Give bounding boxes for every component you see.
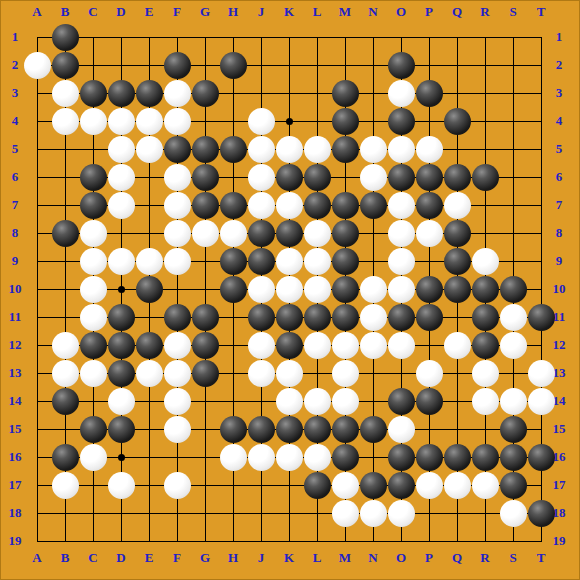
column-label-N: N [359, 545, 387, 571]
column-label-M: M [331, 0, 359, 23]
column-label-Q: Q [443, 545, 471, 571]
black-stone-M3 [332, 80, 359, 107]
white-stone-M12 [332, 332, 359, 359]
column-label-O: O [387, 545, 415, 571]
white-stone-O3 [388, 80, 415, 107]
white-stone-D5 [108, 136, 135, 163]
column-label-H: H [219, 0, 247, 23]
white-stone-D9 [108, 248, 135, 275]
white-stone-S11 [500, 304, 527, 331]
row-label-1: 1 [547, 23, 571, 51]
row-label-6: 6 [3, 163, 27, 191]
black-stone-F2 [164, 52, 191, 79]
white-stone-O10 [388, 276, 415, 303]
black-stone-P7 [416, 192, 443, 219]
black-stone-E10 [136, 276, 163, 303]
white-stone-L8 [304, 220, 331, 247]
column-label-S: S [499, 0, 527, 23]
column-label-R: R [471, 545, 499, 571]
black-stone-M10 [332, 276, 359, 303]
white-stone-O15 [388, 416, 415, 443]
black-stone-L11 [304, 304, 331, 331]
column-label-G: G [191, 545, 219, 571]
black-stone-B16 [52, 444, 79, 471]
row-label-6: 6 [547, 163, 571, 191]
white-stone-F8 [164, 220, 191, 247]
black-stone-C3 [80, 80, 107, 107]
black-stone-M9 [332, 248, 359, 275]
black-stone-C15 [80, 416, 107, 443]
white-stone-S14 [500, 388, 527, 415]
column-labels-bottom: ABCDEFGHJKLMNOPQRST [23, 545, 555, 571]
column-label-E: E [135, 545, 163, 571]
black-stone-N17 [360, 472, 387, 499]
black-stone-M15 [332, 416, 359, 443]
star-point-K4 [286, 118, 293, 125]
column-labels-top: ABCDEFGHJKLMNOPQRST [23, 0, 555, 23]
black-stone-B8 [52, 220, 79, 247]
black-stone-L17 [304, 472, 331, 499]
black-stone-K15 [276, 416, 303, 443]
row-label-12: 12 [3, 331, 27, 359]
row-label-19: 19 [547, 527, 571, 555]
black-stone-K6 [276, 164, 303, 191]
white-stone-M18 [332, 500, 359, 527]
white-stone-E5 [136, 136, 163, 163]
black-stone-J8 [248, 220, 275, 247]
white-stone-P5 [416, 136, 443, 163]
black-stone-D3 [108, 80, 135, 107]
column-label-L: L [303, 545, 331, 571]
black-stone-H10 [220, 276, 247, 303]
white-stone-F3 [164, 80, 191, 107]
row-label-12: 12 [547, 331, 571, 359]
white-stone-N12 [360, 332, 387, 359]
black-stone-G11 [192, 304, 219, 331]
row-label-3: 3 [547, 79, 571, 107]
white-stone-F13 [164, 360, 191, 387]
white-stone-O9 [388, 248, 415, 275]
black-stone-G5 [192, 136, 219, 163]
white-stone-E13 [136, 360, 163, 387]
white-stone-Q7 [444, 192, 471, 219]
black-stone-T16 [528, 444, 555, 471]
white-stone-J10 [248, 276, 275, 303]
white-stone-T13 [528, 360, 555, 387]
row-labels-right: 12345678910111213141516171819 [547, 23, 571, 555]
white-stone-K9 [276, 248, 303, 275]
row-label-2: 2 [547, 51, 571, 79]
row-label-9: 9 [3, 247, 27, 275]
black-stone-Q9 [444, 248, 471, 275]
white-stone-K10 [276, 276, 303, 303]
black-stone-N7 [360, 192, 387, 219]
black-stone-D15 [108, 416, 135, 443]
black-stone-H2 [220, 52, 247, 79]
black-stone-D12 [108, 332, 135, 359]
white-stone-R9 [472, 248, 499, 275]
white-stone-P13 [416, 360, 443, 387]
black-stone-G13 [192, 360, 219, 387]
column-label-P: P [415, 545, 443, 571]
white-stone-C4 [80, 108, 107, 135]
white-stone-J16 [248, 444, 275, 471]
white-stone-K13 [276, 360, 303, 387]
black-stone-B14 [52, 388, 79, 415]
row-label-19: 19 [3, 527, 27, 555]
white-stone-S12 [500, 332, 527, 359]
column-label-A: A [23, 0, 51, 23]
white-stone-D6 [108, 164, 135, 191]
white-stone-M14 [332, 388, 359, 415]
row-label-4: 4 [3, 107, 27, 135]
black-stone-O6 [388, 164, 415, 191]
row-label-18: 18 [3, 499, 27, 527]
white-stone-N6 [360, 164, 387, 191]
white-stone-J4 [248, 108, 275, 135]
black-stone-S16 [500, 444, 527, 471]
black-stone-N15 [360, 416, 387, 443]
black-stone-F5 [164, 136, 191, 163]
white-stone-C16 [80, 444, 107, 471]
column-label-B: B [51, 0, 79, 23]
white-stone-D7 [108, 192, 135, 219]
row-label-13: 13 [3, 359, 27, 387]
white-stone-K5 [276, 136, 303, 163]
black-stone-M4 [332, 108, 359, 135]
black-stone-O4 [388, 108, 415, 135]
black-stone-R12 [472, 332, 499, 359]
row-label-16: 16 [3, 443, 27, 471]
white-stone-J6 [248, 164, 275, 191]
white-stone-B13 [52, 360, 79, 387]
black-stone-H9 [220, 248, 247, 275]
white-stone-L9 [304, 248, 331, 275]
white-stone-O8 [388, 220, 415, 247]
white-stone-F15 [164, 416, 191, 443]
black-stone-T11 [528, 304, 555, 331]
row-label-11: 11 [3, 303, 27, 331]
column-label-K: K [275, 545, 303, 571]
white-stone-C13 [80, 360, 107, 387]
black-stone-L7 [304, 192, 331, 219]
white-stone-F9 [164, 248, 191, 275]
black-stone-R11 [472, 304, 499, 331]
white-stone-C11 [80, 304, 107, 331]
black-stone-D13 [108, 360, 135, 387]
white-stone-O5 [388, 136, 415, 163]
row-label-7: 7 [547, 191, 571, 219]
black-stone-P3 [416, 80, 443, 107]
black-stone-G3 [192, 80, 219, 107]
column-label-M: M [331, 545, 359, 571]
black-stone-R10 [472, 276, 499, 303]
white-stone-L5 [304, 136, 331, 163]
white-stone-H8 [220, 220, 247, 247]
white-stone-G8 [192, 220, 219, 247]
column-label-E: E [135, 0, 163, 23]
black-stone-S17 [500, 472, 527, 499]
white-stone-C9 [80, 248, 107, 275]
white-stone-O18 [388, 500, 415, 527]
go-board-screen: ABCDEFGHJKLMNOPQRST ABCDEFGHJKLMNOPQRST … [0, 0, 580, 580]
row-label-9: 9 [547, 247, 571, 275]
black-stone-J11 [248, 304, 275, 331]
white-stone-R17 [472, 472, 499, 499]
white-stone-B3 [52, 80, 79, 107]
black-stone-S10 [500, 276, 527, 303]
white-stone-F4 [164, 108, 191, 135]
white-stone-L10 [304, 276, 331, 303]
white-stone-D4 [108, 108, 135, 135]
white-stone-J13 [248, 360, 275, 387]
black-stone-E12 [136, 332, 163, 359]
row-label-8: 8 [3, 219, 27, 247]
black-stone-G12 [192, 332, 219, 359]
white-stone-C10 [80, 276, 107, 303]
column-label-C: C [79, 0, 107, 23]
black-stone-Q16 [444, 444, 471, 471]
black-stone-P10 [416, 276, 443, 303]
column-label-G: G [191, 0, 219, 23]
column-label-F: F [163, 545, 191, 571]
black-stone-O2 [388, 52, 415, 79]
row-label-17: 17 [547, 471, 571, 499]
black-stone-C12 [80, 332, 107, 359]
column-label-K: K [275, 0, 303, 23]
black-stone-J9 [248, 248, 275, 275]
black-stone-H5 [220, 136, 247, 163]
black-stone-C7 [80, 192, 107, 219]
row-label-3: 3 [3, 79, 27, 107]
black-stone-R6 [472, 164, 499, 191]
white-stone-P17 [416, 472, 443, 499]
row-label-17: 17 [3, 471, 27, 499]
white-stone-M17 [332, 472, 359, 499]
row-label-5: 5 [547, 135, 571, 163]
white-stone-M13 [332, 360, 359, 387]
column-label-J: J [247, 0, 275, 23]
black-stone-G6 [192, 164, 219, 191]
black-stone-Q8 [444, 220, 471, 247]
white-stone-T14 [528, 388, 555, 415]
black-stone-K11 [276, 304, 303, 331]
white-stone-R14 [472, 388, 499, 415]
white-stone-N5 [360, 136, 387, 163]
row-label-1: 1 [3, 23, 27, 51]
black-stone-O16 [388, 444, 415, 471]
white-stone-E4 [136, 108, 163, 135]
white-stone-D17 [108, 472, 135, 499]
black-stone-B2 [52, 52, 79, 79]
column-label-A: A [23, 545, 51, 571]
white-stone-J12 [248, 332, 275, 359]
white-stone-F12 [164, 332, 191, 359]
black-stone-R16 [472, 444, 499, 471]
column-label-C: C [79, 545, 107, 571]
white-stone-L16 [304, 444, 331, 471]
white-stone-B4 [52, 108, 79, 135]
white-stone-J5 [248, 136, 275, 163]
white-stone-H16 [220, 444, 247, 471]
black-stone-Q6 [444, 164, 471, 191]
column-label-P: P [415, 0, 443, 23]
black-stone-C6 [80, 164, 107, 191]
white-stone-K16 [276, 444, 303, 471]
row-label-14: 14 [3, 387, 27, 415]
black-stone-L6 [304, 164, 331, 191]
black-stone-M8 [332, 220, 359, 247]
black-stone-T18 [528, 500, 555, 527]
black-stone-M11 [332, 304, 359, 331]
column-label-H: H [219, 545, 247, 571]
row-label-10: 10 [3, 275, 27, 303]
white-stone-Q17 [444, 472, 471, 499]
column-label-T: T [527, 0, 555, 23]
black-stone-M16 [332, 444, 359, 471]
black-stone-S15 [500, 416, 527, 443]
white-stone-N11 [360, 304, 387, 331]
black-stone-L15 [304, 416, 331, 443]
row-label-7: 7 [3, 191, 27, 219]
black-stone-O14 [388, 388, 415, 415]
row-label-15: 15 [547, 415, 571, 443]
star-point-D10 [118, 286, 125, 293]
white-stone-R13 [472, 360, 499, 387]
column-label-Q: Q [443, 0, 471, 23]
row-label-5: 5 [3, 135, 27, 163]
row-label-4: 4 [547, 107, 571, 135]
white-stone-F17 [164, 472, 191, 499]
black-stone-D11 [108, 304, 135, 331]
column-label-S: S [499, 545, 527, 571]
white-stone-Q12 [444, 332, 471, 359]
white-stone-C8 [80, 220, 107, 247]
white-stone-A2 [24, 52, 51, 79]
black-stone-O11 [388, 304, 415, 331]
white-stone-N10 [360, 276, 387, 303]
column-label-N: N [359, 0, 387, 23]
black-stone-J15 [248, 416, 275, 443]
row-label-15: 15 [3, 415, 27, 443]
white-stone-D14 [108, 388, 135, 415]
white-stone-K14 [276, 388, 303, 415]
column-label-D: D [107, 0, 135, 23]
row-label-8: 8 [547, 219, 571, 247]
black-stone-P14 [416, 388, 443, 415]
black-stone-P6 [416, 164, 443, 191]
white-stone-O12 [388, 332, 415, 359]
column-label-O: O [387, 0, 415, 23]
white-stone-F7 [164, 192, 191, 219]
white-stone-J7 [248, 192, 275, 219]
black-stone-K8 [276, 220, 303, 247]
column-label-D: D [107, 545, 135, 571]
white-stone-F6 [164, 164, 191, 191]
black-stone-Q10 [444, 276, 471, 303]
star-point-D16 [118, 454, 125, 461]
black-stone-O17 [388, 472, 415, 499]
white-stone-F14 [164, 388, 191, 415]
column-label-J: J [247, 545, 275, 571]
white-stone-E9 [136, 248, 163, 275]
black-stone-M7 [332, 192, 359, 219]
row-label-10: 10 [547, 275, 571, 303]
white-stone-S18 [500, 500, 527, 527]
column-label-F: F [163, 0, 191, 23]
column-label-R: R [471, 0, 499, 23]
white-stone-K7 [276, 192, 303, 219]
row-labels-left: 12345678910111213141516171819 [3, 23, 27, 555]
column-label-B: B [51, 545, 79, 571]
black-stone-H7 [220, 192, 247, 219]
column-label-L: L [303, 0, 331, 23]
white-stone-O7 [388, 192, 415, 219]
black-stone-P11 [416, 304, 443, 331]
white-stone-N18 [360, 500, 387, 527]
black-stone-H15 [220, 416, 247, 443]
white-stone-L14 [304, 388, 331, 415]
white-stone-P8 [416, 220, 443, 247]
black-stone-E3 [136, 80, 163, 107]
white-stone-B17 [52, 472, 79, 499]
black-stone-Q4 [444, 108, 471, 135]
white-stone-B12 [52, 332, 79, 359]
black-stone-F11 [164, 304, 191, 331]
white-stone-L12 [304, 332, 331, 359]
black-stone-M5 [332, 136, 359, 163]
black-stone-B1 [52, 24, 79, 51]
black-stone-P16 [416, 444, 443, 471]
black-stone-K12 [276, 332, 303, 359]
black-stone-G7 [192, 192, 219, 219]
